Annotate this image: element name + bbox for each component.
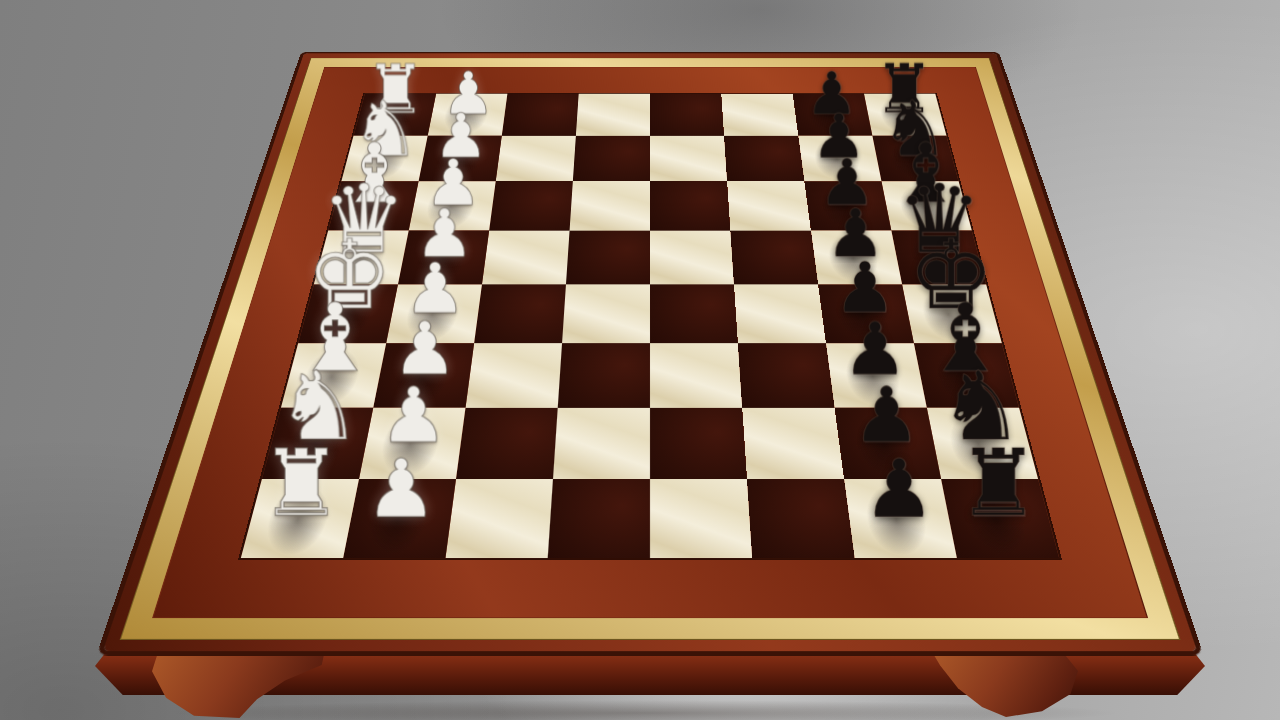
- piece-black-pawn[interactable]: ♟: [849, 449, 949, 530]
- square-f5[interactable]: [650, 343, 742, 408]
- square-b4[interactable]: [573, 136, 650, 182]
- square-d6[interactable]: [730, 231, 818, 285]
- square-e5[interactable]: [650, 284, 738, 343]
- square-d3[interactable]: [482, 231, 570, 285]
- square-a3[interactable]: [502, 94, 579, 136]
- square-f4[interactable]: [558, 343, 650, 408]
- square-h8[interactable]: ♜: [941, 479, 1059, 558]
- square-h5[interactable]: [650, 479, 752, 558]
- square-h7[interactable]: ♟: [844, 479, 957, 558]
- square-c6[interactable]: [727, 181, 811, 230]
- square-h1[interactable]: ♜: [241, 479, 359, 558]
- square-a5[interactable]: [650, 94, 724, 136]
- square-e3[interactable]: [474, 284, 566, 343]
- square-b3[interactable]: [496, 136, 576, 182]
- square-f6[interactable]: [738, 343, 835, 408]
- square-h4[interactable]: [548, 479, 650, 558]
- piece-white-rook[interactable]: ♜: [252, 437, 352, 529]
- square-h6[interactable]: [747, 479, 855, 558]
- piece-white-pawn[interactable]: ♟: [351, 449, 451, 530]
- square-a6[interactable]: [721, 94, 798, 136]
- square-e4[interactable]: [562, 284, 650, 343]
- square-d4[interactable]: [566, 231, 650, 285]
- square-a4[interactable]: [576, 94, 650, 136]
- square-g3[interactable]: [456, 408, 558, 479]
- square-h2[interactable]: ♟: [343, 479, 456, 558]
- square-h3[interactable]: [445, 479, 553, 558]
- square-d5[interactable]: [650, 231, 734, 285]
- square-c3[interactable]: [489, 181, 573, 230]
- scene: ♜♞♝♛♚♝♞♜♟♟♟♟♟♟♟♟♟♟♟♟♟♟♟♟♜♞♝♛♚♝♞♜: [0, 0, 1280, 720]
- square-c4[interactable]: [570, 181, 650, 230]
- square-e6[interactable]: [734, 284, 826, 343]
- piece-black-rook[interactable]: ♜: [949, 437, 1049, 529]
- square-f3[interactable]: [465, 343, 562, 408]
- square-g5[interactable]: [650, 408, 747, 479]
- board-grid: ♜♞♝♛♚♝♞♜♟♟♟♟♟♟♟♟♟♟♟♟♟♟♟♟♜♞♝♛♚♝♞♜: [241, 94, 1059, 558]
- square-b5[interactable]: [650, 136, 727, 182]
- square-c5[interactable]: [650, 181, 730, 230]
- square-b6[interactable]: [724, 136, 804, 182]
- square-g6[interactable]: [742, 408, 844, 479]
- chess-board: ♜♞♝♛♚♝♞♜♟♟♟♟♟♟♟♟♟♟♟♟♟♟♟♟♜♞♝♛♚♝♞♜: [103, 53, 1197, 651]
- square-g4[interactable]: [553, 408, 650, 479]
